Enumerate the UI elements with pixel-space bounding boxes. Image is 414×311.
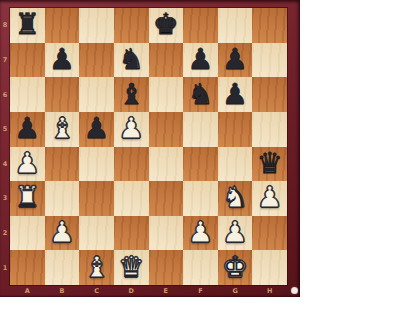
white-king-g1[interactable]: ♚	[222, 250, 248, 284]
square-f3[interactable]	[183, 181, 218, 216]
square-d5[interactable]: ♟	[114, 112, 149, 147]
square-c4[interactable]	[79, 147, 114, 182]
black-rook-a8[interactable]: ♜	[14, 7, 40, 41]
black-pawn-f7[interactable]: ♟	[187, 42, 213, 76]
square-e1[interactable]	[149, 250, 184, 285]
file-label-d: D	[114, 285, 149, 297]
square-d4[interactable]	[114, 147, 149, 182]
white-knight-g3[interactable]: ♞	[222, 180, 248, 214]
square-d8[interactable]	[114, 8, 149, 43]
square-f6[interactable]: ♞	[183, 77, 218, 112]
black-pawn-a5[interactable]: ♟	[14, 111, 40, 145]
square-d7[interactable]: ♞	[114, 43, 149, 78]
square-b3[interactable]	[45, 181, 80, 216]
square-a6[interactable]	[10, 77, 45, 112]
square-g2[interactable]: ♟	[218, 216, 253, 251]
square-a5[interactable]: ♟	[10, 112, 45, 147]
square-c2[interactable]	[79, 216, 114, 251]
square-e4[interactable]	[149, 147, 184, 182]
square-c7[interactable]	[79, 43, 114, 78]
square-b1[interactable]	[45, 250, 80, 285]
square-b6[interactable]	[45, 77, 80, 112]
file-label-g: G	[218, 285, 253, 297]
rank-label-4: 4	[0, 147, 10, 182]
square-c1[interactable]: ♝	[79, 250, 114, 285]
rank-label-1: 1	[0, 250, 10, 285]
square-a4[interactable]: ♟	[10, 147, 45, 182]
white-queen-d1[interactable]: ♛	[118, 250, 144, 284]
square-h6[interactable]	[252, 77, 287, 112]
square-b4[interactable]	[45, 147, 80, 182]
square-a2[interactable]	[10, 216, 45, 251]
file-label-c: C	[79, 285, 114, 297]
black-pawn-g7[interactable]: ♟	[222, 42, 248, 76]
rank-label-5: 5	[0, 112, 10, 147]
square-e5[interactable]	[149, 112, 184, 147]
square-f4[interactable]	[183, 147, 218, 182]
square-g7[interactable]: ♟	[218, 43, 253, 78]
square-b7[interactable]: ♟	[45, 43, 80, 78]
rank-label-8: 8	[0, 8, 10, 43]
file-label-f: F	[183, 285, 218, 297]
file-label-a: A	[10, 285, 45, 297]
square-f5[interactable]	[183, 112, 218, 147]
white-bishop-c1[interactable]: ♝	[84, 250, 110, 284]
square-h5[interactable]	[252, 112, 287, 147]
white-rook-a3[interactable]: ♜	[14, 180, 40, 214]
square-h8[interactable]	[252, 8, 287, 43]
black-knight-f6[interactable]: ♞	[187, 77, 213, 111]
square-f2[interactable]: ♟	[183, 216, 218, 251]
square-c5[interactable]: ♟	[79, 112, 114, 147]
square-h4[interactable]: ♛	[252, 147, 287, 182]
square-c6[interactable]	[79, 77, 114, 112]
square-e3[interactable]	[149, 181, 184, 216]
black-pawn-g6[interactable]: ♟	[222, 77, 248, 111]
square-f1[interactable]	[183, 250, 218, 285]
file-label-h: H	[252, 285, 287, 297]
square-g6[interactable]: ♟	[218, 77, 253, 112]
square-b2[interactable]: ♟	[45, 216, 80, 251]
chess-board[interactable]: ♜♚♟♞♟♟♝♞♟♟♝♟♟♟♛♜♞♟♟♟♟♝♛♚	[10, 8, 287, 285]
square-b5[interactable]: ♝	[45, 112, 80, 147]
square-c3[interactable]	[79, 181, 114, 216]
square-a7[interactable]	[10, 43, 45, 78]
square-a8[interactable]: ♜	[10, 8, 45, 43]
square-f8[interactable]	[183, 8, 218, 43]
black-pawn-c5[interactable]: ♟	[84, 111, 110, 145]
square-e7[interactable]	[149, 43, 184, 78]
square-h1[interactable]	[252, 250, 287, 285]
file-label-b: B	[45, 285, 80, 297]
black-pawn-b7[interactable]: ♟	[49, 42, 75, 76]
square-d6[interactable]: ♝	[114, 77, 149, 112]
square-e2[interactable]	[149, 216, 184, 251]
square-b8[interactable]	[45, 8, 80, 43]
square-g3[interactable]: ♞	[218, 181, 253, 216]
square-g8[interactable]	[218, 8, 253, 43]
square-d1[interactable]: ♛	[114, 250, 149, 285]
white-pawn-g2[interactable]: ♟	[222, 215, 248, 249]
white-bishop-b5[interactable]: ♝	[49, 111, 75, 145]
white-pawn-h3[interactable]: ♟	[257, 180, 283, 214]
rank-label-3: 3	[0, 181, 10, 216]
rank-label-6: 6	[0, 77, 10, 112]
square-e6[interactable]	[149, 77, 184, 112]
white-pawn-f2[interactable]: ♟	[187, 215, 213, 249]
square-h3[interactable]: ♟	[252, 181, 287, 216]
square-h7[interactable]	[252, 43, 287, 78]
file-label-e: E	[149, 285, 184, 297]
white-pawn-d5[interactable]: ♟	[118, 111, 144, 145]
square-a3[interactable]: ♜	[10, 181, 45, 216]
black-knight-d7[interactable]: ♞	[118, 42, 144, 76]
black-queen-h4[interactable]: ♛	[257, 146, 283, 180]
white-pawn-a4[interactable]: ♟	[14, 146, 40, 180]
black-king-e8[interactable]: ♚	[153, 7, 179, 41]
square-e8[interactable]: ♚	[149, 8, 184, 43]
rank-label-2: 2	[0, 216, 10, 251]
square-f7[interactable]: ♟	[183, 43, 218, 78]
black-bishop-d6[interactable]: ♝	[118, 77, 144, 111]
chess-board-frame: ♜♚♟♞♟♟♝♞♟♟♝♟♟♟♛♜♞♟♟♟♟♝♛♚ 87654321ABCDEFG…	[0, 0, 300, 297]
square-d2[interactable]	[114, 216, 149, 251]
square-g1[interactable]: ♚	[218, 250, 253, 285]
rank-label-7: 7	[0, 43, 10, 78]
square-c8[interactable]	[79, 8, 114, 43]
square-h2[interactable]	[252, 216, 287, 251]
page: ♜♚♟♞♟♟♝♞♟♟♝♟♟♟♛♜♞♟♟♟♟♝♛♚ 87654321ABCDEFG…	[0, 0, 414, 311]
square-a1[interactable]	[10, 250, 45, 285]
square-g4[interactable]	[218, 147, 253, 182]
square-g5[interactable]	[218, 112, 253, 147]
white-to-move-indicator	[291, 287, 298, 294]
square-d3[interactable]	[114, 181, 149, 216]
white-pawn-b2[interactable]: ♟	[49, 215, 75, 249]
